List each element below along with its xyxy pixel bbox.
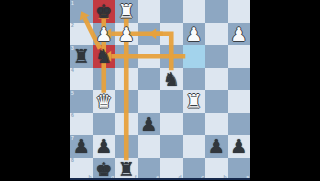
square-e6[interactable] bbox=[138, 113, 161, 136]
square-a7[interactable] bbox=[228, 135, 251, 158]
square-f2[interactable] bbox=[115, 23, 138, 46]
square-b8[interactable]: b bbox=[205, 158, 228, 181]
square-e5[interactable] bbox=[138, 90, 161, 113]
square-b4[interactable] bbox=[205, 68, 228, 91]
square-e3[interactable] bbox=[138, 45, 161, 68]
square-g7[interactable] bbox=[93, 135, 116, 158]
square-h6[interactable]: 6 bbox=[70, 113, 93, 136]
square-a8[interactable]: a bbox=[228, 158, 251, 181]
square-g8[interactable]: g bbox=[93, 158, 116, 181]
square-g3[interactable] bbox=[93, 45, 116, 68]
rank-label-7: 7 bbox=[71, 136, 74, 141]
square-a2[interactable] bbox=[228, 23, 251, 46]
square-b7[interactable] bbox=[205, 135, 228, 158]
rank-label-8: 8 bbox=[71, 158, 74, 163]
board-squares[interactable]: 12345678hgfedcba bbox=[70, 0, 250, 180]
square-f3[interactable] bbox=[115, 45, 138, 68]
rank-label-3: 3 bbox=[71, 46, 74, 51]
square-d4[interactable] bbox=[160, 68, 183, 91]
app-window: 12345678hgfedcba ♚♜♟♟♟♟♜♞♞♛♜♟♟♟♟♟♜♚ bbox=[0, 0, 320, 180]
square-a3[interactable] bbox=[228, 45, 251, 68]
rank-label-6: 6 bbox=[71, 113, 74, 118]
letterbox-left bbox=[0, 0, 70, 180]
square-b1[interactable] bbox=[205, 0, 228, 23]
square-h2[interactable]: 2 bbox=[70, 23, 93, 46]
square-f4[interactable] bbox=[115, 68, 138, 91]
square-d1[interactable] bbox=[160, 0, 183, 23]
square-f7[interactable] bbox=[115, 135, 138, 158]
square-h4[interactable]: 4 bbox=[70, 68, 93, 91]
square-h1[interactable]: 1 bbox=[70, 0, 93, 23]
square-h7[interactable]: 7 bbox=[70, 135, 93, 158]
square-c3[interactable] bbox=[183, 45, 206, 68]
rank-label-1: 1 bbox=[71, 1, 74, 6]
rank-label-4: 4 bbox=[71, 68, 74, 73]
square-g1[interactable] bbox=[93, 0, 116, 23]
square-b6[interactable] bbox=[205, 113, 228, 136]
square-d7[interactable] bbox=[160, 135, 183, 158]
square-g6[interactable] bbox=[93, 113, 116, 136]
square-a1[interactable] bbox=[228, 0, 251, 23]
square-e4[interactable] bbox=[138, 68, 161, 91]
square-d6[interactable] bbox=[160, 113, 183, 136]
square-f6[interactable] bbox=[115, 113, 138, 136]
letterbox-right bbox=[250, 0, 320, 180]
square-f5[interactable] bbox=[115, 90, 138, 113]
square-d2[interactable] bbox=[160, 23, 183, 46]
square-g4[interactable] bbox=[93, 68, 116, 91]
square-a6[interactable] bbox=[228, 113, 251, 136]
square-c1[interactable] bbox=[183, 0, 206, 23]
square-c7[interactable] bbox=[183, 135, 206, 158]
rank-label-5: 5 bbox=[71, 91, 74, 96]
square-f1[interactable] bbox=[115, 0, 138, 23]
square-d5[interactable] bbox=[160, 90, 183, 113]
square-b5[interactable] bbox=[205, 90, 228, 113]
square-h5[interactable]: 5 bbox=[70, 90, 93, 113]
square-c4[interactable] bbox=[183, 68, 206, 91]
square-c5[interactable] bbox=[183, 90, 206, 113]
board-bottom-border bbox=[70, 178, 250, 180]
square-c8[interactable]: c bbox=[183, 158, 206, 181]
square-c2[interactable] bbox=[183, 23, 206, 46]
rank-label-2: 2 bbox=[71, 23, 74, 28]
square-b2[interactable] bbox=[205, 23, 228, 46]
square-d3[interactable] bbox=[160, 45, 183, 68]
square-e2[interactable] bbox=[138, 23, 161, 46]
square-d8[interactable]: d bbox=[160, 158, 183, 181]
square-c6[interactable] bbox=[183, 113, 206, 136]
square-h8[interactable]: 8h bbox=[70, 158, 93, 181]
square-g5[interactable] bbox=[93, 90, 116, 113]
chess-board[interactable]: 12345678hgfedcba ♚♜♟♟♟♟♜♞♞♛♜♟♟♟♟♟♜♚ bbox=[70, 0, 250, 180]
square-a4[interactable] bbox=[228, 68, 251, 91]
square-e1[interactable] bbox=[138, 0, 161, 23]
square-f8[interactable]: f bbox=[115, 158, 138, 181]
square-g2[interactable] bbox=[93, 23, 116, 46]
square-b3[interactable] bbox=[205, 45, 228, 68]
square-a5[interactable] bbox=[228, 90, 251, 113]
square-h3[interactable]: 3 bbox=[70, 45, 93, 68]
square-e7[interactable] bbox=[138, 135, 161, 158]
square-e8[interactable]: e bbox=[138, 158, 161, 181]
